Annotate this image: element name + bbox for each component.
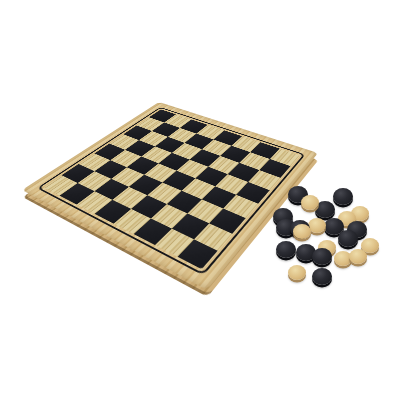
checker-piece-black [312, 248, 332, 265]
product-photo [0, 0, 400, 400]
checker-piece-black [338, 230, 358, 247]
checkerboard-grid [43, 109, 299, 269]
checker-piece-black [333, 188, 353, 205]
checker-piece-wood [293, 224, 311, 239]
checkers-board [22, 102, 318, 290]
checker-piece-black [312, 268, 332, 285]
checker-piece-wood [288, 265, 306, 280]
checker-piece-wood [301, 195, 319, 210]
checker-piece-wood [349, 249, 367, 264]
checker-piece-black [276, 241, 296, 258]
